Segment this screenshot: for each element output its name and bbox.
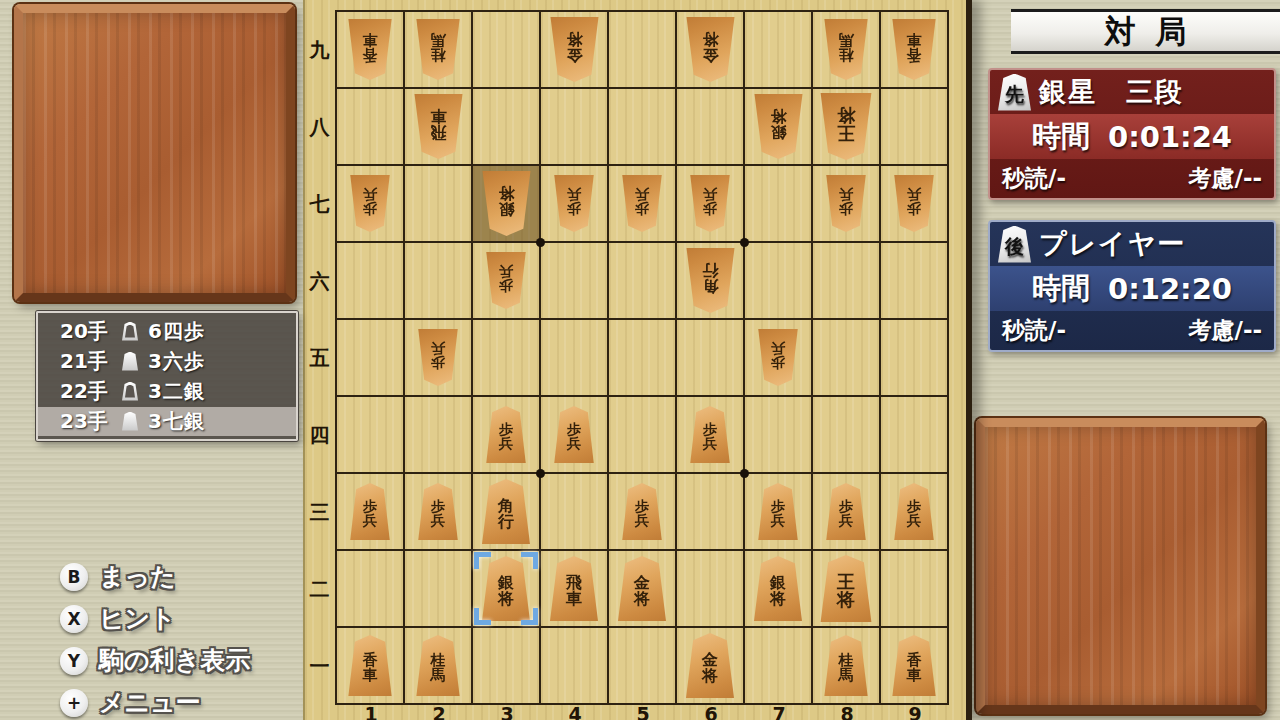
controller-hints: BまったXヒントY駒の利き表示+メニュー bbox=[60, 560, 250, 720]
filled-piece-icon bbox=[122, 412, 138, 431]
board-square[interactable] bbox=[541, 243, 607, 318]
control-hint-label: ヒント bbox=[99, 602, 176, 635]
gote-player-card: 後 プレイヤー 時間 0:12:20 秒読/- 考慮/-- bbox=[988, 220, 1276, 352]
rank-labels: 九八七六五四三二一 bbox=[305, 12, 334, 705]
rank-label: 九 bbox=[305, 12, 334, 89]
board-square[interactable]: 歩兵 bbox=[745, 320, 811, 395]
board-square[interactable] bbox=[473, 12, 539, 87]
move-notation: 3二銀 bbox=[148, 378, 205, 405]
board-square[interactable] bbox=[337, 89, 403, 164]
x-button-icon[interactable]: X bbox=[60, 605, 88, 633]
board-square[interactable] bbox=[609, 243, 675, 318]
shogi-board: 九八七六五四三二一 香車桂馬金将金将桂馬香車飛車銀将王将歩兵銀将歩兵歩兵歩兵歩兵… bbox=[303, 0, 972, 720]
outline-piece-icon bbox=[122, 322, 138, 341]
board-square[interactable] bbox=[405, 166, 471, 241]
board-square[interactable]: 歩兵 bbox=[337, 474, 403, 549]
knight-piece-sente[interactable]: 桂馬 bbox=[415, 19, 461, 80]
pawn-piece-gote[interactable]: 歩兵 bbox=[757, 483, 799, 540]
silver-piece-sente[interactable]: 銀将 bbox=[481, 171, 532, 236]
pawn-piece-sente[interactable]: 歩兵 bbox=[485, 252, 527, 309]
board-square[interactable] bbox=[609, 628, 675, 703]
board-square[interactable]: 金将 bbox=[677, 628, 743, 703]
move-number: 20手 bbox=[60, 318, 118, 345]
file-label: 3 bbox=[473, 703, 541, 720]
board-square[interactable]: 香車 bbox=[337, 12, 403, 87]
file-labels: 123456789 bbox=[337, 703, 949, 720]
board-square[interactable] bbox=[677, 551, 743, 626]
file-label: 7 bbox=[745, 703, 813, 720]
board-square[interactable]: 歩兵 bbox=[677, 397, 743, 472]
board-square[interactable]: 桂馬 bbox=[813, 628, 879, 703]
lance-piece-sente[interactable]: 香車 bbox=[891, 19, 937, 80]
board-square[interactable] bbox=[677, 320, 743, 395]
board-square[interactable] bbox=[541, 89, 607, 164]
silver-piece-sente[interactable]: 銀将 bbox=[753, 94, 804, 159]
king-piece-sente[interactable]: 王将 bbox=[819, 93, 873, 160]
rook-piece-gote[interactable]: 飛車 bbox=[549, 556, 600, 621]
board-square[interactable] bbox=[337, 320, 403, 395]
pawn-piece-gote[interactable]: 歩兵 bbox=[553, 406, 595, 463]
board-square[interactable]: 金将 bbox=[609, 551, 675, 626]
page-title: 対局 bbox=[1011, 9, 1280, 54]
sente-byoyomi: 秒読/- bbox=[1002, 163, 1066, 194]
board-square[interactable]: 歩兵 bbox=[677, 166, 743, 241]
board-square[interactable] bbox=[813, 243, 879, 318]
move-history-row: 22手3二銀 bbox=[38, 377, 296, 406]
gold-piece-sente[interactable]: 金将 bbox=[549, 17, 600, 82]
board-square[interactable] bbox=[745, 12, 811, 87]
board-square[interactable] bbox=[881, 89, 947, 164]
board-square[interactable] bbox=[473, 89, 539, 164]
rank-label: 五 bbox=[305, 320, 334, 397]
move-history-row: 20手6四歩 bbox=[38, 317, 296, 346]
board-square[interactable]: 香車 bbox=[881, 12, 947, 87]
move-notation: 6四歩 bbox=[148, 318, 205, 345]
board-square[interactable] bbox=[405, 243, 471, 318]
pawn-piece-gote[interactable]: 歩兵 bbox=[417, 483, 459, 540]
move-number: 21手 bbox=[60, 348, 118, 375]
sente-consideration: 考慮/-- bbox=[1189, 163, 1263, 194]
hoshi-dot bbox=[740, 469, 749, 478]
silver-piece-gote[interactable]: 銀将 bbox=[753, 556, 804, 621]
board-grid: 香車桂馬金将金将桂馬香車飛車銀将王将歩兵銀将歩兵歩兵歩兵歩兵歩兵歩兵角行歩兵歩兵… bbox=[335, 10, 949, 705]
pawn-piece-sente[interactable]: 歩兵 bbox=[553, 175, 595, 232]
board-square[interactable]: 歩兵 bbox=[609, 474, 675, 549]
gote-player-name: プレイヤー bbox=[1039, 226, 1187, 262]
board-square[interactable] bbox=[677, 474, 743, 549]
move-history-row: 23手3七銀 bbox=[38, 407, 296, 436]
knight-piece-sente[interactable]: 桂馬 bbox=[823, 19, 869, 80]
sente-time-label: 時間 bbox=[1032, 117, 1090, 157]
board-square[interactable]: 香車 bbox=[881, 628, 947, 703]
board-square[interactable]: 歩兵 bbox=[541, 397, 607, 472]
board-square[interactable] bbox=[609, 320, 675, 395]
board-square[interactable] bbox=[541, 474, 607, 549]
control-hint-row: Y駒の利き表示 bbox=[60, 644, 250, 677]
pawn-piece-sente[interactable]: 歩兵 bbox=[757, 329, 799, 386]
file-label: 4 bbox=[541, 703, 609, 720]
board-square[interactable]: 桂馬 bbox=[813, 12, 879, 87]
board-square[interactable]: 桂馬 bbox=[405, 628, 471, 703]
file-label: 8 bbox=[813, 703, 881, 720]
pawn-piece-gote[interactable]: 歩兵 bbox=[825, 483, 867, 540]
move-history-row: 21手3六歩 bbox=[38, 347, 296, 376]
pawn-piece-sente[interactable]: 歩兵 bbox=[621, 175, 663, 232]
gote-consideration: 考慮/-- bbox=[1189, 315, 1263, 346]
file-label: 9 bbox=[881, 703, 949, 720]
board-square[interactable] bbox=[881, 551, 947, 626]
board-square[interactable]: 歩兵 bbox=[541, 166, 607, 241]
board-square[interactable] bbox=[745, 397, 811, 472]
board-square[interactable] bbox=[609, 89, 675, 164]
board-square[interactable]: 飛車 bbox=[405, 89, 471, 164]
board-square[interactable] bbox=[609, 397, 675, 472]
board-square[interactable]: 角行 bbox=[473, 474, 539, 549]
knight-piece-gote[interactable]: 桂馬 bbox=[415, 635, 461, 696]
bishop-piece-gote[interactable]: 角行 bbox=[481, 479, 532, 544]
rook-piece-sente[interactable]: 飛車 bbox=[413, 94, 464, 159]
pawn-piece-sente[interactable]: 歩兵 bbox=[349, 175, 391, 232]
move-history-panel: 20手6四歩21手3六歩22手3二銀23手3七銀 bbox=[36, 311, 298, 441]
sente-badge-icon: 先 bbox=[998, 74, 1031, 111]
control-hint-row: Xヒント bbox=[60, 602, 250, 635]
board-square[interactable]: 桂馬 bbox=[405, 12, 471, 87]
hoshi-dot bbox=[536, 238, 545, 247]
bishop-piece-sente[interactable]: 角行 bbox=[685, 248, 736, 313]
board-square[interactable]: 歩兵 bbox=[813, 474, 879, 549]
hoshi-dot bbox=[740, 238, 749, 247]
board-square[interactable] bbox=[473, 628, 539, 703]
board-square[interactable] bbox=[745, 166, 811, 241]
move-number: 23手 bbox=[60, 408, 118, 435]
board-square[interactable]: 歩兵 bbox=[405, 320, 471, 395]
silver-piece-gote[interactable]: 銀将 bbox=[481, 556, 532, 621]
board-square[interactable]: 王将 bbox=[813, 551, 879, 626]
outline-piece-icon bbox=[122, 382, 138, 401]
board-square[interactable]: 歩兵 bbox=[337, 166, 403, 241]
lance-piece-sente[interactable]: 香車 bbox=[347, 19, 393, 80]
board-square[interactable] bbox=[609, 12, 675, 87]
gote-byoyomi: 秒読/- bbox=[1002, 315, 1066, 346]
pawn-piece-sente[interactable]: 歩兵 bbox=[893, 175, 935, 232]
pawn-piece-sente[interactable]: 歩兵 bbox=[417, 329, 459, 386]
file-label: 1 bbox=[337, 703, 405, 720]
board-square[interactable] bbox=[881, 320, 947, 395]
move-number: 22手 bbox=[60, 378, 118, 405]
board-square[interactable] bbox=[813, 397, 879, 472]
board-square[interactable] bbox=[541, 320, 607, 395]
rank-label: 一 bbox=[305, 628, 334, 705]
board-square[interactable] bbox=[405, 551, 471, 626]
gold-piece-gote[interactable]: 金将 bbox=[685, 633, 736, 698]
lance-piece-gote[interactable]: 香車 bbox=[891, 635, 937, 696]
sente-player-card: 先 銀星 三段 時間 0:01:24 秒読/- 考慮/-- bbox=[988, 68, 1276, 200]
pawn-piece-sente[interactable]: 歩兵 bbox=[689, 175, 731, 232]
board-square[interactable] bbox=[881, 397, 947, 472]
board-square[interactable] bbox=[473, 320, 539, 395]
y-button-icon[interactable]: Y bbox=[60, 647, 88, 675]
rank-label: 三 bbox=[305, 474, 334, 551]
control-hint-label: まった bbox=[99, 560, 176, 593]
rank-label: 二 bbox=[305, 551, 334, 628]
knight-piece-gote[interactable]: 桂馬 bbox=[823, 635, 869, 696]
move-notation: 3六歩 bbox=[148, 348, 205, 375]
control-hint-label: メニュー bbox=[99, 686, 201, 719]
board-square[interactable]: 歩兵 bbox=[473, 243, 539, 318]
gote-badge-icon: 後 bbox=[998, 226, 1031, 263]
board-square[interactable]: 歩兵 bbox=[881, 474, 947, 549]
gote-time-value: 0:12:20 bbox=[1108, 272, 1232, 306]
hoshi-dot bbox=[536, 469, 545, 478]
board-square[interactable]: 歩兵 bbox=[609, 166, 675, 241]
file-label: 5 bbox=[609, 703, 677, 720]
board-square[interactable]: 飛車 bbox=[541, 551, 607, 626]
rank-label: 八 bbox=[305, 89, 334, 166]
lance-piece-gote[interactable]: 香車 bbox=[347, 635, 393, 696]
gote-time-label: 時間 bbox=[1032, 269, 1090, 309]
board-square[interactable] bbox=[881, 243, 947, 318]
pawn-piece-gote[interactable]: 歩兵 bbox=[485, 406, 527, 463]
board-square[interactable] bbox=[677, 89, 743, 164]
board-square[interactable]: 銀将 bbox=[473, 551, 539, 626]
board-square[interactable] bbox=[405, 397, 471, 472]
komadai-gote-tray bbox=[976, 418, 1265, 714]
control-hint-row: Bまった bbox=[60, 560, 250, 593]
rank-label: 四 bbox=[305, 397, 334, 474]
gold-piece-sente[interactable]: 金将 bbox=[685, 17, 736, 82]
board-square[interactable]: 金将 bbox=[541, 12, 607, 87]
board-square[interactable]: 歩兵 bbox=[745, 474, 811, 549]
control-hint-row: +メニュー bbox=[60, 686, 250, 719]
board-square[interactable] bbox=[541, 628, 607, 703]
board-square[interactable]: 銀将 bbox=[745, 551, 811, 626]
board-square[interactable]: 銀将 bbox=[473, 166, 539, 241]
gold-piece-gote[interactable]: 金将 bbox=[617, 556, 668, 621]
filled-piece-icon bbox=[122, 352, 138, 371]
board-square[interactable] bbox=[337, 243, 403, 318]
board-square[interactable]: 歩兵 bbox=[813, 166, 879, 241]
file-label: 2 bbox=[405, 703, 473, 720]
pawn-piece-gote[interactable]: 歩兵 bbox=[621, 483, 663, 540]
board-square[interactable]: 歩兵 bbox=[473, 397, 539, 472]
board-square[interactable] bbox=[745, 628, 811, 703]
pawn-piece-gote[interactable]: 歩兵 bbox=[893, 483, 935, 540]
board-square[interactable]: 金将 bbox=[677, 12, 743, 87]
rank-label: 七 bbox=[305, 166, 334, 243]
king-piece-gote[interactable]: 王将 bbox=[819, 555, 873, 622]
b-button-icon[interactable]: B bbox=[60, 563, 88, 591]
board-square[interactable]: 銀将 bbox=[745, 89, 811, 164]
komadai-sente-tray bbox=[14, 4, 295, 302]
board-square[interactable] bbox=[337, 551, 403, 626]
sente-time-value: 0:01:24 bbox=[1108, 120, 1232, 154]
control-hint-label: 駒の利き表示 bbox=[99, 644, 250, 677]
board-square[interactable] bbox=[337, 397, 403, 472]
move-notation: 3七銀 bbox=[148, 408, 205, 435]
pawn-piece-sente[interactable]: 歩兵 bbox=[825, 175, 867, 232]
board-square[interactable]: 角行 bbox=[677, 243, 743, 318]
sente-player-name: 銀星 三段 bbox=[1039, 74, 1184, 110]
board-square[interactable] bbox=[813, 320, 879, 395]
board-square[interactable] bbox=[745, 243, 811, 318]
file-label: 6 bbox=[677, 703, 745, 720]
board-square[interactable]: 香車 bbox=[337, 628, 403, 703]
+-button-icon[interactable]: + bbox=[60, 689, 88, 717]
board-square[interactable]: 歩兵 bbox=[405, 474, 471, 549]
rank-label: 六 bbox=[305, 243, 334, 320]
board-square[interactable]: 歩兵 bbox=[881, 166, 947, 241]
board-square[interactable]: 王将 bbox=[813, 89, 879, 164]
pawn-piece-gote[interactable]: 歩兵 bbox=[689, 406, 731, 463]
pawn-piece-gote[interactable]: 歩兵 bbox=[349, 483, 391, 540]
